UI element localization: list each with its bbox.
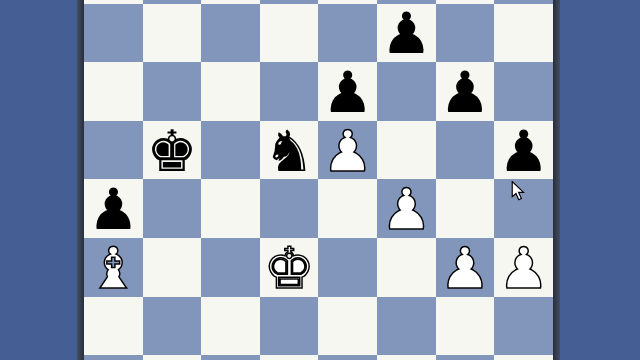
square-f1[interactable] xyxy=(377,355,436,360)
square-a7[interactable] xyxy=(84,4,143,63)
square-e1[interactable] xyxy=(318,355,377,360)
square-g1[interactable] xyxy=(436,355,495,360)
square-b2[interactable] xyxy=(143,297,202,356)
square-h1[interactable] xyxy=(494,355,553,360)
white-pawn[interactable]: ♟ xyxy=(322,123,373,180)
square-c7[interactable] xyxy=(201,4,260,63)
white-king[interactable]: ♚ xyxy=(264,240,315,297)
square-h5[interactable]: ♟ xyxy=(494,121,553,180)
black-knight[interactable]: ♞ xyxy=(264,123,315,180)
white-bishop[interactable]: ♝ xyxy=(88,240,139,297)
board-frame-left xyxy=(77,0,84,360)
square-f5[interactable] xyxy=(377,121,436,180)
square-h6[interactable] xyxy=(494,62,553,121)
square-b4[interactable] xyxy=(143,179,202,238)
square-f2[interactable] xyxy=(377,297,436,356)
square-e7[interactable] xyxy=(318,4,377,63)
square-h2[interactable] xyxy=(494,297,553,356)
black-pawn[interactable]: ♟ xyxy=(498,123,549,180)
square-c4[interactable] xyxy=(201,179,260,238)
square-d4[interactable] xyxy=(260,179,319,238)
square-d1[interactable] xyxy=(260,355,319,360)
square-a6[interactable] xyxy=(84,62,143,121)
black-pawn[interactable]: ♟ xyxy=(88,181,139,238)
square-d3[interactable]: ♚ xyxy=(260,238,319,297)
square-a2[interactable] xyxy=(84,297,143,356)
square-e4[interactable] xyxy=(318,179,377,238)
board-frame-right xyxy=(553,0,560,360)
square-b7[interactable] xyxy=(143,4,202,63)
square-h3[interactable]: ♟ xyxy=(494,238,553,297)
square-h7[interactable] xyxy=(494,4,553,63)
square-d5[interactable]: ♞ xyxy=(260,121,319,180)
black-pawn[interactable]: ♟ xyxy=(322,64,373,121)
square-f7[interactable]: ♟ xyxy=(377,4,436,63)
square-d2[interactable] xyxy=(260,297,319,356)
square-g4[interactable] xyxy=(436,179,495,238)
square-g6[interactable]: ♟ xyxy=(436,62,495,121)
square-a1[interactable] xyxy=(84,355,143,360)
square-e6[interactable]: ♟ xyxy=(318,62,377,121)
square-g7[interactable] xyxy=(436,4,495,63)
square-f3[interactable] xyxy=(377,238,436,297)
square-b6[interactable] xyxy=(143,62,202,121)
square-e2[interactable] xyxy=(318,297,377,356)
black-king[interactable]: ♚ xyxy=(146,123,197,180)
square-c5[interactable] xyxy=(201,121,260,180)
square-b5[interactable]: ♚ xyxy=(143,121,202,180)
square-g5[interactable] xyxy=(436,121,495,180)
black-pawn[interactable]: ♟ xyxy=(439,64,490,121)
square-b3[interactable] xyxy=(143,238,202,297)
white-pawn[interactable]: ♟ xyxy=(439,240,490,297)
square-c1[interactable] xyxy=(201,355,260,360)
square-a4[interactable]: ♟ xyxy=(84,179,143,238)
square-c3[interactable] xyxy=(201,238,260,297)
square-d7[interactable] xyxy=(260,4,319,63)
square-e3[interactable] xyxy=(318,238,377,297)
square-g2[interactable] xyxy=(436,297,495,356)
square-a5[interactable] xyxy=(84,121,143,180)
square-b1[interactable] xyxy=(143,355,202,360)
chess-board-viewport: ♟♟♟♚♞♟♟♟♟♝♚♟♟ xyxy=(0,0,640,360)
white-pawn[interactable]: ♟ xyxy=(498,240,549,297)
square-a3[interactable]: ♝ xyxy=(84,238,143,297)
square-f6[interactable] xyxy=(377,62,436,121)
square-c2[interactable] xyxy=(201,297,260,356)
square-e5[interactable]: ♟ xyxy=(318,121,377,180)
square-h4[interactable] xyxy=(494,179,553,238)
black-pawn[interactable]: ♟ xyxy=(381,5,432,62)
square-g3[interactable]: ♟ xyxy=(436,238,495,297)
square-d6[interactable] xyxy=(260,62,319,121)
white-pawn[interactable]: ♟ xyxy=(381,181,432,238)
board: ♟♟♟♚♞♟♟♟♟♝♚♟♟ xyxy=(84,0,553,360)
square-c6[interactable] xyxy=(201,62,260,121)
square-f4[interactable]: ♟ xyxy=(377,179,436,238)
